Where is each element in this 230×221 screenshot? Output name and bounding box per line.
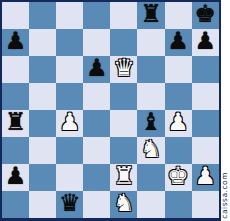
square-b6[interactable]: [29, 56, 56, 83]
square-c3[interactable]: [56, 137, 83, 164]
square-d3[interactable]: [83, 137, 110, 164]
square-c4[interactable]: ♟: [56, 110, 83, 137]
piece-black-rook: ♜: [5, 109, 27, 136]
square-g6[interactable]: [165, 56, 192, 83]
square-b4[interactable]: [29, 110, 56, 137]
piece-black-pawn: ♟: [194, 28, 216, 55]
square-g3[interactable]: [165, 137, 192, 164]
square-a4[interactable]: ♜: [2, 110, 29, 137]
side-strip: caissa.com: [221, 0, 230, 221]
square-d4[interactable]: [83, 110, 110, 137]
square-a7[interactable]: ♟: [2, 29, 29, 56]
square-h8[interactable]: ♚: [192, 2, 219, 29]
square-e7[interactable]: [110, 29, 137, 56]
square-h5[interactable]: [192, 83, 219, 110]
square-a5[interactable]: [2, 83, 29, 110]
square-a8[interactable]: [2, 2, 29, 29]
square-d2[interactable]: [83, 164, 110, 191]
square-d5[interactable]: [83, 83, 110, 110]
piece-black-bishop: ♝: [140, 109, 162, 136]
square-a2[interactable]: ♟: [2, 164, 29, 191]
square-a6[interactable]: [2, 56, 29, 83]
square-b8[interactable]: [29, 2, 56, 29]
square-e8[interactable]: [110, 2, 137, 29]
piece-black-king: ♚: [194, 1, 216, 28]
piece-black-pawn: ♟: [86, 55, 108, 82]
square-e3[interactable]: [110, 137, 137, 164]
square-f4[interactable]: ♝: [137, 110, 164, 137]
square-h2[interactable]: ♟: [192, 164, 219, 191]
square-b2[interactable]: [29, 164, 56, 191]
chess-board: ♜♚♟♟♟♟♛♜♟♝♟♞♟♜♚♟♛♞: [2, 2, 219, 218]
square-e4[interactable]: [110, 110, 137, 137]
square-d1[interactable]: [83, 191, 110, 218]
square-d7[interactable]: [83, 29, 110, 56]
piece-white-rook: ♜: [113, 163, 135, 190]
square-g4[interactable]: ♟: [165, 110, 192, 137]
square-a3[interactable]: [2, 137, 29, 164]
square-f5[interactable]: [137, 83, 164, 110]
square-c1[interactable]: ♛: [56, 191, 83, 218]
piece-white-knight: ♞: [140, 136, 162, 163]
piece-white-queen: ♛: [113, 55, 135, 82]
square-f1[interactable]: [137, 191, 164, 218]
square-h7[interactable]: ♟: [192, 29, 219, 56]
square-f3[interactable]: ♞: [137, 137, 164, 164]
square-c2[interactable]: [56, 164, 83, 191]
square-h6[interactable]: [192, 56, 219, 83]
chess-diagram: ♜♚♟♟♟♟♛♜♟♝♟♞♟♜♚♟♛♞ caissa.com: [0, 0, 230, 221]
square-f8[interactable]: ♜: [137, 2, 164, 29]
piece-white-pawn: ♟: [167, 109, 189, 136]
square-h1[interactable]: [192, 191, 219, 218]
square-c8[interactable]: [56, 2, 83, 29]
square-b1[interactable]: [29, 191, 56, 218]
piece-white-pawn: ♟: [194, 163, 216, 190]
square-a1[interactable]: [2, 191, 29, 218]
piece-black-pawn: ♟: [5, 28, 27, 55]
square-f6[interactable]: [137, 56, 164, 83]
square-b5[interactable]: [29, 83, 56, 110]
square-c5[interactable]: [56, 83, 83, 110]
square-f7[interactable]: [137, 29, 164, 56]
piece-black-pawn: ♟: [5, 163, 27, 190]
square-d8[interactable]: [83, 2, 110, 29]
piece-white-knight: ♞: [113, 190, 135, 217]
square-g1[interactable]: [165, 191, 192, 218]
square-e2[interactable]: ♜: [110, 164, 137, 191]
square-e1[interactable]: ♞: [110, 191, 137, 218]
square-b3[interactable]: [29, 137, 56, 164]
square-g5[interactable]: [165, 83, 192, 110]
square-c7[interactable]: [56, 29, 83, 56]
square-b7[interactable]: [29, 29, 56, 56]
square-f2[interactable]: [137, 164, 164, 191]
square-h3[interactable]: [192, 137, 219, 164]
piece-white-pawn: ♟: [59, 109, 81, 136]
chess-board-frame: ♜♚♟♟♟♟♛♜♟♝♟♞♟♜♚♟♛♞: [0, 0, 221, 221]
piece-white-king: ♚: [167, 163, 189, 190]
square-g8[interactable]: [165, 2, 192, 29]
square-e5[interactable]: [110, 83, 137, 110]
square-g2[interactable]: ♚: [165, 164, 192, 191]
square-d6[interactable]: ♟: [83, 56, 110, 83]
square-h4[interactable]: [192, 110, 219, 137]
piece-black-rook: ♜: [140, 1, 162, 28]
caissa-watermark: caissa.com: [220, 172, 229, 219]
square-g7[interactable]: ♟: [165, 29, 192, 56]
piece-black-queen: ♛: [59, 190, 81, 217]
square-c6[interactable]: [56, 56, 83, 83]
square-e6[interactable]: ♛: [110, 56, 137, 83]
piece-black-pawn: ♟: [167, 28, 189, 55]
